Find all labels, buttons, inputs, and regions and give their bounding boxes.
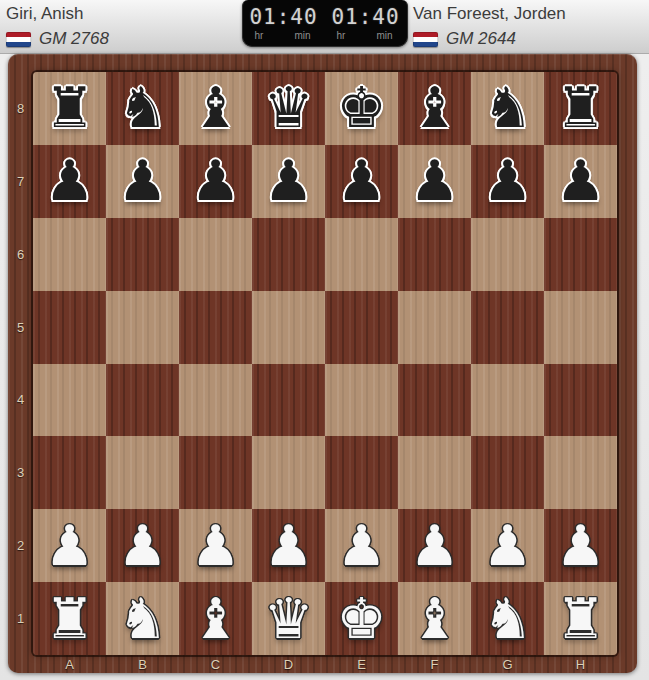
player-right-name: Van Foreest, Jorden	[413, 3, 566, 25]
square-c3[interactable]	[179, 436, 252, 509]
file-labels: ABCDEFGH	[33, 655, 617, 673]
piece-black-bishop-f8[interactable]: ♝	[409, 80, 459, 136]
rank-label-6: 6	[8, 218, 33, 291]
square-e3[interactable]	[325, 436, 398, 509]
file-label-e: E	[325, 655, 398, 673]
square-h2[interactable]: ♟	[544, 509, 617, 582]
square-d3[interactable]	[252, 436, 325, 509]
piece-white-pawn-f2[interactable]: ♟	[409, 518, 459, 574]
file-label-f: F	[398, 655, 471, 673]
square-e5[interactable]	[325, 291, 398, 364]
file-label-b: B	[106, 655, 179, 673]
file-label-a: A	[33, 655, 106, 673]
square-h3[interactable]	[544, 436, 617, 509]
square-a4[interactable]	[33, 364, 106, 437]
square-c1[interactable]: ♝	[179, 582, 252, 655]
square-e1[interactable]: ♚	[325, 582, 398, 655]
square-a1[interactable]: ♜	[33, 582, 106, 655]
square-g8[interactable]: ♞	[471, 72, 544, 145]
square-g2[interactable]: ♟	[471, 509, 544, 582]
square-c8[interactable]: ♝	[179, 72, 252, 145]
piece-black-pawn-e7[interactable]: ♟	[336, 153, 386, 209]
square-b5[interactable]	[106, 291, 179, 364]
clock-left-hr-label: hr	[255, 30, 264, 41]
square-d8[interactable]: ♛	[252, 72, 325, 145]
piece-black-pawn-c7[interactable]: ♟	[190, 153, 240, 209]
square-h5[interactable]	[544, 291, 617, 364]
board-grid: ♜♞♝♛♚♝♞♜♟♟♟♟♟♟♟♟♟♟♟♟♟♟♟♟♜♞♝♛♚♝♞♜	[33, 72, 617, 655]
square-h1[interactable]: ♜	[544, 582, 617, 655]
file-label-d: D	[252, 655, 325, 673]
piece-white-pawn-c2[interactable]: ♟	[190, 518, 240, 574]
piece-white-pawn-e2[interactable]: ♟	[336, 518, 386, 574]
square-h8[interactable]: ♜	[544, 72, 617, 145]
clock-right-min-label: min	[376, 30, 392, 41]
clock-left: 01:40 hr min	[249, 0, 319, 41]
square-d5[interactable]	[252, 291, 325, 364]
clock-left-units: hr min	[249, 30, 319, 41]
piece-black-queen-d8[interactable]: ♛	[263, 80, 313, 136]
square-h4[interactable]	[544, 364, 617, 437]
file-label-g: G	[471, 655, 544, 673]
square-a2[interactable]: ♟	[33, 509, 106, 582]
rank-label-4: 4	[8, 364, 33, 437]
file-label-h: H	[544, 655, 617, 673]
square-g3[interactable]	[471, 436, 544, 509]
netherlands-flag-icon	[413, 32, 438, 47]
square-c4[interactable]	[179, 364, 252, 437]
piece-white-bishop-f1[interactable]: ♝	[409, 591, 459, 647]
piece-white-knight-b1[interactable]: ♞	[117, 591, 167, 647]
square-a3[interactable]	[33, 436, 106, 509]
rank-label-2: 2	[8, 509, 33, 582]
piece-white-king-e1[interactable]: ♚	[336, 591, 386, 647]
square-d2[interactable]: ♟	[252, 509, 325, 582]
square-a5[interactable]	[33, 291, 106, 364]
piece-white-pawn-d2[interactable]: ♟	[263, 518, 313, 574]
square-d7[interactable]: ♟	[252, 145, 325, 218]
square-e4[interactable]	[325, 364, 398, 437]
piece-black-pawn-f7[interactable]: ♟	[409, 153, 459, 209]
piece-black-knight-g8[interactable]: ♞	[482, 80, 532, 136]
rank-label-7: 7	[8, 145, 33, 218]
piece-white-pawn-a2[interactable]: ♟	[44, 518, 94, 574]
piece-black-pawn-g7[interactable]: ♟	[482, 153, 532, 209]
square-f6[interactable]	[398, 218, 471, 291]
piece-white-rook-a1[interactable]: ♜	[44, 591, 94, 647]
square-g6[interactable]	[471, 218, 544, 291]
game-header: Giri, Anish GM 2768 01:40 hr min 01:40 h…	[0, 0, 649, 54]
square-b8[interactable]: ♞	[106, 72, 179, 145]
piece-black-pawn-d7[interactable]: ♟	[263, 153, 313, 209]
player-left-name: Giri, Anish	[6, 3, 109, 25]
square-d4[interactable]	[252, 364, 325, 437]
square-c6[interactable]	[179, 218, 252, 291]
player-left-subline: GM 2768	[6, 29, 109, 49]
square-e8[interactable]: ♚	[325, 72, 398, 145]
square-e6[interactable]	[325, 218, 398, 291]
square-g7[interactable]: ♟	[471, 145, 544, 218]
square-a8[interactable]: ♜	[33, 72, 106, 145]
square-d6[interactable]	[252, 218, 325, 291]
square-f8[interactable]: ♝	[398, 72, 471, 145]
square-h6[interactable]	[544, 218, 617, 291]
player-left-rating: GM 2768	[39, 29, 109, 49]
square-c7[interactable]: ♟	[179, 145, 252, 218]
chess-board: 87654321 ♜♞♝♛♚♝♞♜♟♟♟♟♟♟♟♟♟♟♟♟♟♟♟♟♜♞♝♛♚♝♞…	[8, 54, 637, 673]
square-e7[interactable]: ♟	[325, 145, 398, 218]
square-b6[interactable]	[106, 218, 179, 291]
square-f7[interactable]: ♟	[398, 145, 471, 218]
square-g1[interactable]: ♞	[471, 582, 544, 655]
piece-white-knight-g1[interactable]: ♞	[482, 591, 532, 647]
file-label-c: C	[179, 655, 252, 673]
piece-white-pawn-b2[interactable]: ♟	[117, 518, 167, 574]
piece-black-bishop-c8[interactable]: ♝	[190, 80, 240, 136]
rank-label-3: 3	[8, 436, 33, 509]
square-f5[interactable]	[398, 291, 471, 364]
square-f4[interactable]	[398, 364, 471, 437]
square-b7[interactable]: ♟	[106, 145, 179, 218]
clock-right-time: 01:40	[331, 5, 401, 29]
square-a6[interactable]	[33, 218, 106, 291]
rank-label-5: 5	[8, 291, 33, 364]
square-f3[interactable]	[398, 436, 471, 509]
piece-black-king-e8[interactable]: ♚	[336, 80, 386, 136]
clock-right-hr-label: hr	[337, 30, 346, 41]
square-g4[interactable]	[471, 364, 544, 437]
square-h7[interactable]: ♟	[544, 145, 617, 218]
square-f1[interactable]: ♝	[398, 582, 471, 655]
clock-right-units: hr min	[331, 30, 401, 41]
piece-black-rook-a8[interactable]: ♜	[44, 80, 94, 136]
piece-white-pawn-h2[interactable]: ♟	[555, 518, 605, 574]
piece-black-knight-b8[interactable]: ♞	[117, 80, 167, 136]
square-d1[interactable]: ♛	[252, 582, 325, 655]
square-c5[interactable]	[179, 291, 252, 364]
square-f2[interactable]: ♟	[398, 509, 471, 582]
player-right-block: Van Foreest, Jorden GM 2644	[413, 3, 566, 49]
piece-white-queen-d1[interactable]: ♛	[263, 591, 313, 647]
player-right-subline: GM 2644	[413, 29, 566, 49]
clock-right: 01:40 hr min	[331, 0, 401, 41]
player-left-block: Giri, Anish GM 2768	[6, 3, 109, 49]
piece-white-pawn-g2[interactable]: ♟	[482, 518, 532, 574]
piece-black-pawn-h7[interactable]: ♟	[555, 153, 605, 209]
game-clock: 01:40 hr min 01:40 hr min	[242, 0, 408, 47]
piece-black-pawn-b7[interactable]: ♟	[117, 153, 167, 209]
rank-label-8: 8	[8, 72, 33, 145]
rank-labels: 87654321	[8, 72, 33, 655]
piece-black-rook-h8[interactable]: ♜	[555, 80, 605, 136]
square-g5[interactable]	[471, 291, 544, 364]
square-b1[interactable]: ♞	[106, 582, 179, 655]
square-e2[interactable]: ♟	[325, 509, 398, 582]
netherlands-flag-icon	[6, 32, 31, 47]
square-c2[interactable]: ♟	[179, 509, 252, 582]
player-right-rating: GM 2644	[446, 29, 516, 49]
clock-left-min-label: min	[294, 30, 310, 41]
square-b2[interactable]: ♟	[106, 509, 179, 582]
square-b3[interactable]	[106, 436, 179, 509]
piece-white-rook-h1[interactable]: ♜	[555, 591, 605, 647]
rank-label-1: 1	[8, 582, 33, 655]
square-b4[interactable]	[106, 364, 179, 437]
clock-left-time: 01:40	[249, 5, 319, 29]
piece-black-pawn-a7[interactable]: ♟	[44, 153, 94, 209]
square-a7[interactable]: ♟	[33, 145, 106, 218]
piece-white-bishop-c1[interactable]: ♝	[190, 591, 240, 647]
